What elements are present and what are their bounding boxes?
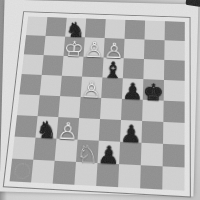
- square-g8[interactable]: [145, 21, 165, 41]
- white-pawn-d7[interactable]: ♙: [83, 39, 105, 61]
- square-g7[interactable]: [144, 40, 165, 60]
- black-pawn-f3[interactable]: ♟: [120, 122, 143, 147]
- square-d8[interactable]: [85, 18, 106, 38]
- square-h4[interactable]: [163, 101, 184, 123]
- square-a6[interactable]: [22, 54, 44, 75]
- square-a4[interactable]: [17, 94, 40, 116]
- photo-canvas: ♞♔♙♙♝♙♟♚♞♙♟♘♟ Grayscale photograph of a …: [0, 0, 200, 200]
- square-e6[interactable]: ♝: [102, 57, 123, 78]
- square-b4[interactable]: [38, 95, 60, 117]
- square-b3[interactable]: ♞: [35, 116, 58, 139]
- square-b8[interactable]: [46, 17, 67, 36]
- square-b1[interactable]: [31, 160, 55, 184]
- square-h3[interactable]: [163, 122, 185, 145]
- square-e4[interactable]: [100, 98, 122, 120]
- black-knight-b3[interactable]: ♞: [35, 118, 59, 143]
- square-c1[interactable]: [53, 161, 76, 185]
- square-e7[interactable]: ♙: [104, 38, 125, 58]
- square-e8[interactable]: [105, 19, 126, 39]
- square-g2[interactable]: [141, 143, 163, 167]
- white-pawn-c3[interactable]: ♙: [56, 119, 79, 144]
- square-a3[interactable]: [15, 115, 38, 137]
- square-a8[interactable]: [26, 16, 47, 35]
- square-f1[interactable]: [118, 164, 141, 188]
- square-c4[interactable]: [58, 96, 80, 118]
- square-f5[interactable]: ♟: [122, 78, 143, 99]
- square-c5[interactable]: [60, 76, 82, 97]
- square-h2[interactable]: [163, 144, 185, 168]
- square-a2[interactable]: [12, 137, 35, 160]
- square-b6[interactable]: [42, 55, 64, 76]
- square-d2[interactable]: ♘: [76, 140, 99, 163]
- square-d3[interactable]: [78, 118, 100, 141]
- white-pawn-d5[interactable]: ♙: [80, 78, 102, 101]
- square-g5[interactable]: ♚: [143, 79, 164, 101]
- chess-board: ♞♔♙♙♝♙♟♚♞♙♟♘♟: [4, 12, 190, 196]
- perspective-wrapper: ♞♔♙♙♝♙♟♚♞♙♟♘♟: [0, 0, 200, 200]
- square-a1[interactable]: [10, 159, 34, 183]
- square-f3[interactable]: ♟: [120, 120, 142, 143]
- square-f8[interactable]: [125, 20, 146, 40]
- square-b5[interactable]: [40, 75, 62, 96]
- black-pawn-f5[interactable]: ♟: [122, 80, 144, 103]
- square-g3[interactable]: [141, 121, 163, 144]
- square-f6[interactable]: [123, 58, 144, 79]
- square-c7[interactable]: ♔: [64, 37, 85, 57]
- square-d7[interactable]: ♙: [83, 37, 104, 57]
- square-a7[interactable]: [24, 35, 46, 55]
- board-maker-logo: [14, 163, 30, 179]
- square-g1[interactable]: [140, 165, 163, 189]
- square-d5[interactable]: ♙: [81, 77, 103, 98]
- square-f7[interactable]: [124, 39, 145, 59]
- square-e3[interactable]: [99, 119, 121, 142]
- square-c8[interactable]: ♞: [65, 18, 86, 38]
- white-king-c7[interactable]: ♔: [63, 38, 85, 60]
- square-c3[interactable]: ♙: [56, 117, 79, 140]
- black-bishop-e6[interactable]: ♝: [102, 59, 124, 82]
- square-h8[interactable]: [165, 21, 185, 41]
- square-h6[interactable]: [164, 60, 185, 81]
- square-e2[interactable]: ♟: [97, 141, 120, 164]
- white-knight-d2[interactable]: ♘: [75, 142, 98, 168]
- black-king-g5[interactable]: ♚: [142, 81, 164, 105]
- square-a5[interactable]: [19, 74, 41, 95]
- square-h5[interactable]: [164, 80, 185, 102]
- black-pawn-e2[interactable]: ♟: [97, 143, 120, 169]
- square-h7[interactable]: [164, 40, 184, 60]
- square-g6[interactable]: [143, 59, 164, 80]
- square-h1[interactable]: [162, 166, 184, 190]
- square-b7[interactable]: [44, 36, 66, 56]
